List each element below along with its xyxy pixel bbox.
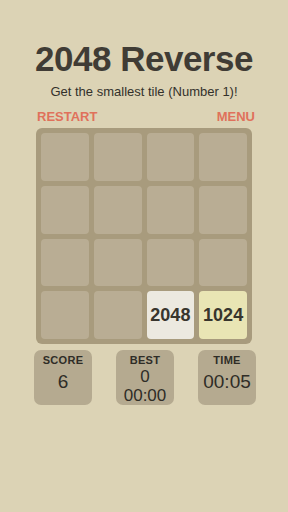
best-value: 0 xyxy=(140,368,149,386)
score-panel: SCORE 6 xyxy=(34,350,92,405)
board-cell-r2c4 xyxy=(199,186,247,234)
best-time-value: 00:00 xyxy=(124,386,167,405)
board-cell-r1c4 xyxy=(199,133,247,181)
time-value: 00:05 xyxy=(203,371,251,392)
tile-2048: 2048 xyxy=(147,291,195,339)
board-cell-r2c1 xyxy=(41,186,89,234)
score-label: SCORE xyxy=(43,354,84,367)
board-cell-r4c1 xyxy=(41,291,89,339)
best-panel: BEST 0 00:00 xyxy=(116,350,174,405)
board-cell-r3c4 xyxy=(199,239,247,287)
board-cell-r2c2 xyxy=(94,186,142,234)
board-cell-r1c3 xyxy=(147,133,195,181)
best-label: BEST xyxy=(130,354,161,367)
page-title: 2048 Reverse xyxy=(0,40,288,78)
time-label: TIME xyxy=(213,354,240,367)
tile-1024: 1024 xyxy=(199,291,247,339)
time-panel: TIME 00:05 xyxy=(198,350,256,405)
restart-button[interactable]: RESTART xyxy=(37,109,97,125)
board-cell-r2c3 xyxy=(147,186,195,234)
menu-button[interactable]: MENU xyxy=(217,109,255,125)
board-cell-r3c2 xyxy=(94,239,142,287)
scoreboard: SCORE 6 BEST 0 00:00 TIME 00:05 xyxy=(34,350,256,405)
app-screen: 2048 Reverse Get the smallest tile (Numb… xyxy=(0,0,288,512)
board[interactable]: 20481024 xyxy=(36,128,252,344)
board-cell-r3c1 xyxy=(41,239,89,287)
page-subtitle: Get the smallest tile (Number 1)! xyxy=(0,84,288,99)
board-cell-r3c3 xyxy=(147,239,195,287)
board-cell-r1c2 xyxy=(94,133,142,181)
board-cell-r1c1 xyxy=(41,133,89,181)
score-value: 6 xyxy=(58,371,69,392)
board-cell-r4c2 xyxy=(94,291,142,339)
menu-bar: RESTART MENU xyxy=(37,109,255,125)
